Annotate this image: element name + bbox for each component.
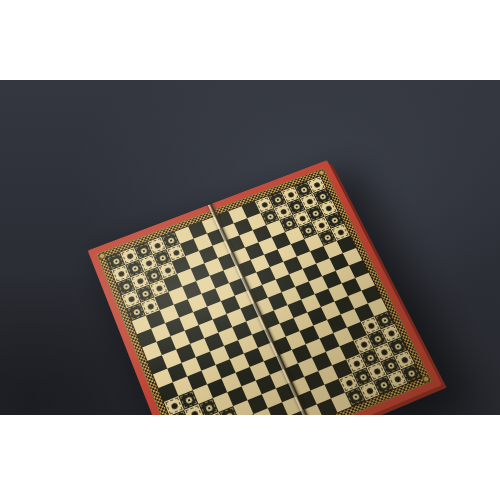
- camp-dot: [351, 393, 359, 401]
- camp-dot: [317, 222, 325, 229]
- camp-dot: [260, 201, 268, 208]
- camp-dot: [127, 295, 135, 302]
- camp-dot: [393, 375, 401, 383]
- camp-dot: [373, 335, 381, 343]
- board-red-edge: [88, 160, 442, 415]
- camp-dot: [140, 247, 148, 254]
- camp-dot: [365, 387, 373, 395]
- camp-dot: [387, 329, 395, 336]
- camp-dot: [380, 348, 388, 356]
- camp-dot: [122, 283, 130, 290]
- board-grid: [106, 176, 421, 415]
- camp-dot: [190, 410, 198, 415]
- camp-dot: [372, 367, 380, 375]
- camp-dot: [184, 396, 192, 404]
- border-corner-ring: [317, 169, 326, 177]
- camp-dot: [136, 277, 144, 284]
- camp-dot: [305, 198, 313, 205]
- camp-dot: [126, 252, 134, 259]
- camp-dot: [323, 234, 331, 241]
- camp-dot: [311, 210, 319, 217]
- camp-dot: [158, 254, 166, 261]
- camp-dot: [112, 258, 120, 265]
- camp-dot: [336, 229, 344, 236]
- camp-dot: [131, 265, 139, 272]
- border-corner-ring: [421, 375, 431, 384]
- camp-dot: [319, 193, 327, 200]
- camp-dot: [141, 290, 149, 297]
- camp-dot: [393, 343, 401, 351]
- camp-dot: [225, 412, 233, 415]
- camp-dot: [274, 196, 282, 203]
- camp-dot: [145, 260, 153, 267]
- camp-dot: [367, 322, 375, 329]
- camp-dot: [150, 272, 158, 279]
- camp-dot: [292, 203, 300, 210]
- camp-dot: [400, 356, 408, 364]
- camp-dot: [359, 373, 367, 381]
- camp-dot: [300, 186, 308, 193]
- camp-dot: [172, 249, 180, 256]
- decorative-border-band: [96, 168, 432, 415]
- camp-dot: [352, 360, 360, 368]
- camp-dot: [313, 181, 321, 188]
- camp-dot: [266, 213, 274, 220]
- camp-dot: [386, 362, 394, 370]
- camp-dot: [164, 267, 172, 274]
- camp-dot: [285, 220, 293, 227]
- camp-dot: [324, 205, 332, 212]
- halma-board: [88, 160, 442, 415]
- border-corner-ring: [98, 252, 107, 260]
- camp-dot: [298, 215, 306, 222]
- camp-dot: [117, 270, 125, 277]
- camp-dot: [287, 191, 295, 198]
- camp-dot: [170, 402, 178, 410]
- camp-dot: [205, 404, 213, 412]
- camp-dot: [155, 285, 163, 292]
- camp-dot: [379, 381, 387, 389]
- camp-dot: [132, 308, 140, 315]
- camp-dot: [407, 369, 415, 377]
- camp-dot: [279, 208, 287, 215]
- camp-dot: [330, 217, 338, 224]
- camp-dot: [345, 379, 353, 387]
- camp-dot: [167, 237, 175, 244]
- camp-dot: [146, 303, 154, 310]
- camp-dot: [366, 354, 374, 362]
- camp-dot: [359, 341, 367, 349]
- page-background: [0, 0, 500, 500]
- camp-dot: [304, 227, 312, 234]
- camp-dot: [153, 242, 161, 249]
- camp-dot: [380, 316, 388, 323]
- photo-area: [0, 80, 500, 415]
